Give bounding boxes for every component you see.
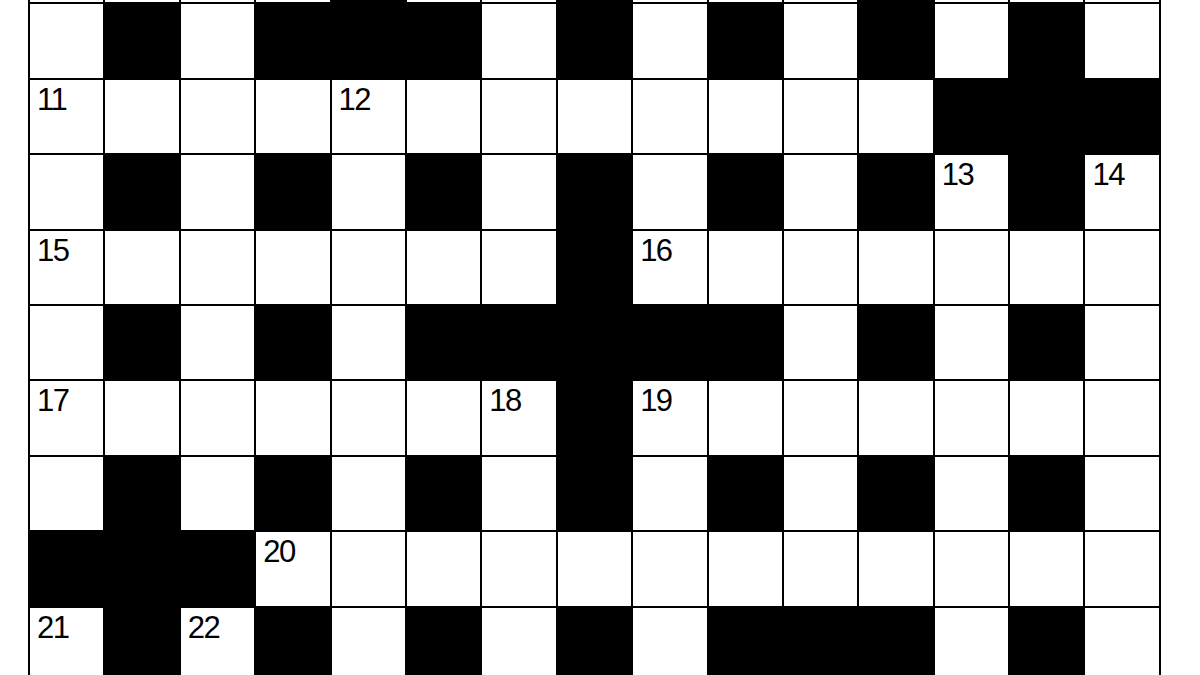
letter-cell-r4c10[interactable] — [783, 230, 858, 305]
letter-cell-r5c4[interactable] — [331, 305, 406, 380]
letter-cell-r9c14[interactable] — [1084, 607, 1159, 675]
letter-cell-r2c5[interactable] — [406, 79, 481, 154]
letter-cell-r5c10[interactable] — [783, 305, 858, 380]
block-cell-r9c7 — [557, 607, 632, 675]
letter-cell-r4c1[interactable] — [104, 230, 179, 305]
letter-cell-r3c0[interactable] — [29, 154, 104, 229]
letter-cell-r2c8[interactable] — [632, 79, 707, 154]
letter-cell-r1c8[interactable] — [632, 3, 707, 78]
letter-cell-r4c8[interactable]: 16 — [632, 230, 707, 305]
letter-cell-r6c8[interactable]: 19 — [632, 380, 707, 455]
letter-cell-r4c13[interactable] — [1009, 230, 1084, 305]
letter-cell-r4c2[interactable] — [180, 230, 255, 305]
block-cell-r1c9 — [708, 3, 783, 78]
letter-cell-r3c10[interactable] — [783, 154, 858, 229]
block-cell-r3c11 — [858, 154, 933, 229]
letter-cell-r1c2[interactable] — [180, 3, 255, 78]
block-cell-r9c5 — [406, 607, 481, 675]
block-cell-r7c9 — [708, 456, 783, 531]
letter-cell-r1c6[interactable] — [481, 3, 556, 78]
letter-cell-r8c3[interactable]: 20 — [255, 531, 330, 606]
letter-cell-r2c6[interactable] — [481, 79, 556, 154]
letter-cell-r8c8[interactable] — [632, 531, 707, 606]
letter-cell-r6c12[interactable] — [934, 380, 1009, 455]
letter-cell-r9c0[interactable]: 21 — [29, 607, 104, 675]
letter-cell-r6c14[interactable] — [1084, 380, 1159, 455]
block-cell-r9c3 — [255, 607, 330, 675]
letter-cell-r8c9[interactable] — [708, 531, 783, 606]
block-cell-r7c13 — [1009, 456, 1084, 531]
letter-cell-r4c5[interactable] — [406, 230, 481, 305]
block-cell-r1c7 — [557, 3, 632, 78]
clue-number: 17 — [37, 385, 68, 418]
block-cell-r1c11 — [858, 3, 933, 78]
letter-cell-r7c12[interactable] — [934, 456, 1009, 531]
clue-number: 16 — [640, 235, 671, 268]
letter-cell-r9c8[interactable] — [632, 607, 707, 675]
block-cell-r2c12 — [934, 79, 1009, 154]
letter-cell-r2c7[interactable] — [557, 79, 632, 154]
block-cell-r9c11 — [858, 607, 933, 675]
block-cell-r3c5 — [406, 154, 481, 229]
letter-cell-r3c6[interactable] — [481, 154, 556, 229]
clue-number: 12 — [339, 84, 370, 117]
letter-cell-r3c8[interactable] — [632, 154, 707, 229]
letter-cell-r1c0[interactable] — [29, 3, 104, 78]
letter-cell-r6c5[interactable] — [406, 380, 481, 455]
letter-cell-r6c6[interactable]: 18 — [481, 380, 556, 455]
block-cell-r9c1 — [104, 607, 179, 675]
block-cell-r5c1 — [104, 305, 179, 380]
block-cell-r3c1 — [104, 154, 179, 229]
letter-cell-r8c6[interactable] — [481, 531, 556, 606]
letter-cell-r6c2[interactable] — [180, 380, 255, 455]
letter-cell-r5c0[interactable] — [29, 305, 104, 380]
letter-cell-r4c3[interactable] — [255, 230, 330, 305]
letter-cell-r8c12[interactable] — [934, 531, 1009, 606]
clue-number: 20 — [263, 536, 294, 569]
letter-cell-r9c2[interactable]: 22 — [180, 607, 255, 675]
letter-cell-r6c0[interactable]: 17 — [29, 380, 104, 455]
block-cell-r3c13 — [1009, 154, 1084, 229]
letter-cell-r6c4[interactable] — [331, 380, 406, 455]
letter-cell-r3c2[interactable] — [180, 154, 255, 229]
letter-cell-r3c12[interactable]: 13 — [934, 154, 1009, 229]
letter-cell-r8c7[interactable] — [557, 531, 632, 606]
block-cell-r5c9 — [708, 305, 783, 380]
letter-cell-r7c0[interactable] — [29, 456, 104, 531]
block-cell-r4c7 — [557, 230, 632, 305]
crossword-grid: 111213141516171819202122 — [28, 0, 1161, 675]
block-cell-r3c7 — [557, 154, 632, 229]
block-cell-r8c1 — [104, 531, 179, 606]
letter-cell-r9c12[interactable] — [934, 607, 1009, 675]
clue-number: 21 — [37, 612, 68, 645]
letter-cell-r2c2[interactable] — [180, 79, 255, 154]
letter-cell-r7c8[interactable] — [632, 456, 707, 531]
block-cell-r6c7 — [557, 380, 632, 455]
block-cell-r7c3 — [255, 456, 330, 531]
letter-cell-r2c9[interactable] — [708, 79, 783, 154]
letter-cell-r2c3[interactable] — [255, 79, 330, 154]
letter-cell-r1c12[interactable] — [934, 3, 1009, 78]
letter-cell-r4c11[interactable] — [858, 230, 933, 305]
letter-cell-r2c1[interactable] — [104, 79, 179, 154]
letter-cell-r9c6[interactable] — [481, 607, 556, 675]
letter-cell-r3c14[interactable]: 14 — [1084, 154, 1159, 229]
block-cell-r5c11 — [858, 305, 933, 380]
letter-cell-r8c13[interactable] — [1009, 531, 1084, 606]
letter-cell-r2c4[interactable]: 12 — [331, 79, 406, 154]
block-cell-r1c5 — [406, 3, 481, 78]
block-cell-r9c9 — [708, 607, 783, 675]
clue-number: 13 — [942, 159, 973, 192]
block-cell-r3c3 — [255, 154, 330, 229]
block-cell-r5c3 — [255, 305, 330, 380]
block-cell-r5c7 — [557, 305, 632, 380]
letter-cell-r4c12[interactable] — [934, 230, 1009, 305]
letter-cell-r9c4[interactable] — [331, 607, 406, 675]
block-cell-r7c11 — [858, 456, 933, 531]
crossword-page: 111213141516171819202122 — [0, 0, 1200, 675]
block-cell-r1c1 — [104, 3, 179, 78]
letter-cell-r4c14[interactable] — [1084, 230, 1159, 305]
letter-cell-r5c12[interactable] — [934, 305, 1009, 380]
block-cell-r5c6 — [481, 305, 556, 380]
letter-cell-r4c6[interactable] — [481, 230, 556, 305]
letter-cell-r7c4[interactable] — [331, 456, 406, 531]
letter-cell-r8c14[interactable] — [1084, 531, 1159, 606]
letter-cell-r4c4[interactable] — [331, 230, 406, 305]
letter-cell-r6c13[interactable] — [1009, 380, 1084, 455]
letter-cell-r2c11[interactable] — [858, 79, 933, 154]
block-cell-r8c0 — [29, 531, 104, 606]
block-cell-r7c1 — [104, 456, 179, 531]
letter-cell-r8c11[interactable] — [858, 531, 933, 606]
letter-cell-r2c10[interactable] — [783, 79, 858, 154]
letter-cell-r1c14[interactable] — [1084, 3, 1159, 78]
clue-number: 14 — [1092, 159, 1123, 192]
block-cell-r7c5 — [406, 456, 481, 531]
block-cell-r5c8 — [632, 305, 707, 380]
block-cell-r8c2 — [180, 531, 255, 606]
letter-cell-r1c10[interactable] — [783, 3, 858, 78]
block-cell-r7c7 — [557, 456, 632, 531]
letter-cell-r6c1[interactable] — [104, 380, 179, 455]
clue-number: 15 — [37, 235, 68, 268]
block-cell-r5c5 — [406, 305, 481, 380]
letter-cell-r8c10[interactable] — [783, 531, 858, 606]
letter-cell-r7c10[interactable] — [783, 456, 858, 531]
block-cell-r1c3 — [255, 3, 330, 78]
block-cell-r9c13 — [1009, 607, 1084, 675]
block-cell-r1c13 — [1009, 3, 1084, 78]
letter-cell-r6c11[interactable] — [858, 380, 933, 455]
letter-cell-r5c14[interactable] — [1084, 305, 1159, 380]
letter-cell-r6c10[interactable] — [783, 380, 858, 455]
clue-number: 18 — [489, 385, 520, 418]
letter-cell-r7c2[interactable] — [180, 456, 255, 531]
clue-number: 11 — [37, 84, 66, 117]
block-cell-r2c14 — [1084, 79, 1159, 154]
clue-number: 22 — [188, 612, 219, 645]
letter-cell-r5c2[interactable] — [180, 305, 255, 380]
block-cell-r5c13 — [1009, 305, 1084, 380]
letter-cell-r4c9[interactable] — [708, 230, 783, 305]
letter-cell-r6c3[interactable] — [255, 380, 330, 455]
letter-cell-r2c0[interactable]: 11 — [29, 79, 104, 154]
clue-number: 19 — [640, 385, 671, 418]
letter-cell-r4c0[interactable]: 15 — [29, 230, 104, 305]
letter-cell-r8c4[interactable] — [331, 531, 406, 606]
letter-cell-r6c9[interactable] — [708, 380, 783, 455]
letter-cell-r7c14[interactable] — [1084, 456, 1159, 531]
letter-cell-r7c6[interactable] — [481, 456, 556, 531]
letter-cell-r8c5[interactable] — [406, 531, 481, 606]
block-cell-r3c9 — [708, 154, 783, 229]
block-cell-r9c10 — [783, 607, 858, 675]
letter-cell-r3c4[interactable] — [331, 154, 406, 229]
block-cell-r1c4 — [331, 3, 406, 78]
block-cell-r2c13 — [1009, 79, 1084, 154]
